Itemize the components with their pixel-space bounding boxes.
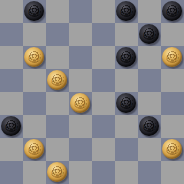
gold-man-piece[interactable]: ⛀: [162, 139, 182, 159]
black-man-piece[interactable]: ⛀: [116, 93, 136, 113]
light-square: [46, 0, 69, 23]
dark-square[interactable]: ⛀: [115, 0, 138, 23]
light-square: [92, 92, 115, 115]
dark-square[interactable]: [115, 138, 138, 161]
gold-man-piece[interactable]: ⛀: [70, 93, 90, 113]
dark-square[interactable]: [92, 161, 115, 184]
draughts-man-glyph: ⛀: [5, 119, 17, 133]
light-square: [0, 138, 23, 161]
light-square: [115, 161, 138, 184]
draughts-man-glyph: ⛀: [51, 73, 63, 87]
draughts-man-glyph: ⛀: [120, 4, 132, 18]
draughts-man-glyph: ⛀: [166, 4, 178, 18]
gold-man-piece[interactable]: ⛀: [162, 47, 182, 67]
light-square: [23, 115, 46, 138]
dark-square[interactable]: [92, 115, 115, 138]
dark-square[interactable]: ⛀: [138, 115, 161, 138]
dark-square[interactable]: [138, 161, 161, 184]
draughts-man-glyph: ⛀: [143, 27, 155, 41]
dark-square[interactable]: [69, 46, 92, 69]
dark-square[interactable]: ⛀: [46, 69, 69, 92]
light-square: [46, 92, 69, 115]
black-man-piece[interactable]: ⛀: [116, 47, 136, 67]
black-man-piece[interactable]: ⛀: [116, 1, 136, 21]
draughts-man-glyph: ⛀: [28, 4, 40, 18]
draughts-man-glyph: ⛀: [166, 50, 178, 64]
light-square: [92, 46, 115, 69]
light-square: [138, 138, 161, 161]
light-square: [0, 92, 23, 115]
light-square: [46, 138, 69, 161]
light-square: [69, 69, 92, 92]
light-square: [69, 161, 92, 184]
dark-square[interactable]: [0, 23, 23, 46]
dark-square[interactable]: [0, 161, 23, 184]
light-square: [115, 69, 138, 92]
dark-square[interactable]: ⛀: [23, 138, 46, 161]
draughts-man-glyph: ⛀: [28, 50, 40, 64]
dark-square[interactable]: [161, 92, 184, 115]
draughts-man-glyph: ⛀: [143, 119, 155, 133]
dark-square[interactable]: ⛀: [115, 46, 138, 69]
dark-square[interactable]: ⛀: [115, 92, 138, 115]
gold-man-piece[interactable]: ⛀: [24, 139, 44, 159]
light-square: [161, 161, 184, 184]
light-square: [138, 0, 161, 23]
dark-square[interactable]: [92, 69, 115, 92]
dark-square[interactable]: [92, 23, 115, 46]
light-square: [23, 23, 46, 46]
dark-square[interactable]: ⛀: [138, 23, 161, 46]
dark-square[interactable]: ⛀: [161, 46, 184, 69]
light-square: [138, 46, 161, 69]
dark-square[interactable]: ⛀: [161, 138, 184, 161]
black-man-piece[interactable]: ⛀: [24, 1, 44, 21]
light-square: [92, 138, 115, 161]
gold-man-piece[interactable]: ⛀: [47, 70, 67, 90]
dark-square[interactable]: ⛀: [0, 115, 23, 138]
draughts-man-glyph: ⛀: [28, 142, 40, 156]
black-man-piece[interactable]: ⛀: [139, 116, 159, 136]
dark-square[interactable]: [46, 23, 69, 46]
dark-square[interactable]: ⛀: [23, 0, 46, 23]
light-square: [69, 23, 92, 46]
dark-square[interactable]: ⛀: [23, 46, 46, 69]
draughts-man-glyph: ⛀: [51, 165, 63, 179]
light-square: [0, 0, 23, 23]
draughts-man-glyph: ⛀: [166, 142, 178, 156]
light-square: [92, 0, 115, 23]
dark-square[interactable]: ⛀: [46, 161, 69, 184]
black-man-piece[interactable]: ⛀: [139, 24, 159, 44]
gold-man-piece[interactable]: ⛀: [24, 47, 44, 67]
light-square: [161, 69, 184, 92]
light-square: [23, 69, 46, 92]
light-square: [138, 92, 161, 115]
dark-square[interactable]: [138, 69, 161, 92]
dark-square[interactable]: ⛀: [161, 0, 184, 23]
light-square: [115, 115, 138, 138]
light-square: [69, 115, 92, 138]
black-man-piece[interactable]: ⛀: [1, 116, 21, 136]
dark-square[interactable]: [0, 69, 23, 92]
light-square: [46, 46, 69, 69]
black-man-piece[interactable]: ⛀: [162, 1, 182, 21]
dark-square[interactable]: [69, 0, 92, 23]
gold-man-piece[interactable]: ⛀: [47, 162, 67, 182]
light-square: [0, 46, 23, 69]
light-square: [23, 161, 46, 184]
light-square: [115, 23, 138, 46]
dark-square[interactable]: [46, 115, 69, 138]
draughts-man-glyph: ⛀: [120, 50, 132, 64]
light-square: [161, 23, 184, 46]
checkers-app: ⛀⛀⛀⛀⛀⛀⛀⛀⛀⛀⛀⛀⛀⛀⛀: [0, 0, 184, 184]
draughts-man-glyph: ⛀: [74, 96, 86, 110]
dark-square[interactable]: [69, 138, 92, 161]
draughts-man-glyph: ⛀: [120, 96, 132, 110]
dark-square[interactable]: [23, 92, 46, 115]
light-square: [161, 115, 184, 138]
dark-square[interactable]: ⛀: [69, 92, 92, 115]
checkers-board: ⛀⛀⛀⛀⛀⛀⛀⛀⛀⛀⛀⛀⛀⛀⛀: [0, 0, 184, 184]
